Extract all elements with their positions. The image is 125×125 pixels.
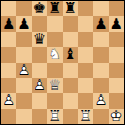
square-e3[interactable] [63,78,78,93]
square-b8[interactable] [16,1,31,16]
square-c6[interactable]: ♛ [32,32,47,47]
square-f8[interactable] [78,1,93,16]
black-queen: ♛ [32,32,47,47]
black-pawn: ♟ [1,16,16,31]
square-b1[interactable] [16,109,31,124]
black-rook: ♜ [47,1,62,16]
square-a6[interactable] [1,32,16,47]
piece-glyph: ♟ [1,16,16,31]
square-e2[interactable] [63,93,78,108]
square-b3[interactable] [16,78,31,93]
square-d6[interactable] [47,32,62,47]
square-c2[interactable] [32,93,47,108]
white-queen: ♛♕ [47,78,62,93]
piece-glyph: ♚ [32,1,47,16]
black-king: ♚ [32,1,47,16]
square-c4[interactable] [32,63,47,78]
square-c5[interactable] [32,47,47,62]
square-h8[interactable] [109,1,124,16]
square-g8[interactable] [93,1,108,16]
black-pawn: ♟ [93,16,108,31]
square-b5[interactable] [16,47,31,62]
square-f7[interactable] [78,16,93,31]
piece-outline: ♙ [16,63,31,78]
white-pawn: ♟♙ [16,63,31,78]
square-h3[interactable] [109,78,124,93]
square-g3[interactable] [93,78,108,93]
square-d3[interactable]: ♛♕ [47,78,62,93]
piece-outline: ♔ [109,109,124,124]
chess-board: ♚♜♜♟♟♟♟♛♞♘♝♟♙♟♙♛♕♟♙♟♙♜♖♜♖♚♔ [0,0,125,125]
square-d7[interactable] [47,16,62,31]
black-bishop: ♝ [63,47,78,62]
square-d5[interactable]: ♞♘ [47,47,62,62]
square-c1[interactable] [32,109,47,124]
piece-glyph: ♟ [109,16,124,31]
square-h1[interactable]: ♚♔ [109,109,124,124]
square-a8[interactable] [1,1,16,16]
piece-outline: ♙ [1,93,16,108]
square-e4[interactable] [63,63,78,78]
square-f1[interactable]: ♜♖ [78,109,93,124]
square-b4[interactable]: ♟♙ [16,63,31,78]
white-pawn: ♟♙ [1,93,16,108]
black-pawn: ♟ [109,16,124,31]
square-g1[interactable] [93,109,108,124]
square-a5[interactable] [1,47,16,62]
square-e7[interactable] [63,16,78,31]
black-pawn: ♟ [16,16,31,31]
white-rook: ♜♖ [47,109,62,124]
piece-glyph: ♝ [63,47,78,62]
square-f6[interactable] [78,32,93,47]
square-d2[interactable] [47,93,62,108]
piece-glyph: ♜ [63,1,78,16]
square-e5[interactable]: ♝ [63,47,78,62]
square-h4[interactable] [109,63,124,78]
piece-outline: ♘ [47,47,62,62]
square-f2[interactable] [78,93,93,108]
square-d1[interactable]: ♜♖ [47,109,62,124]
square-b6[interactable] [16,32,31,47]
square-b7[interactable]: ♟ [16,16,31,31]
square-e1[interactable] [63,109,78,124]
piece-glyph: ♟ [16,16,31,31]
black-rook: ♜ [63,1,78,16]
square-f5[interactable] [78,47,93,62]
white-king: ♚♔ [109,109,124,124]
piece-outline: ♕ [47,78,62,93]
square-g5[interactable] [93,47,108,62]
piece-outline: ♖ [78,109,93,124]
square-h7[interactable]: ♟ [109,16,124,31]
square-g6[interactable] [93,32,108,47]
piece-glyph: ♛ [32,32,47,47]
white-knight: ♞♘ [47,47,62,62]
square-a1[interactable] [1,109,16,124]
square-e6[interactable] [63,32,78,47]
board-area: ♚♜♜♟♟♟♟♛♞♘♝♟♙♟♙♛♕♟♙♟♙♜♖♜♖♚♔ [0,0,125,125]
white-pawn: ♟♙ [32,78,47,93]
square-b2[interactable] [16,93,31,108]
square-h2[interactable] [109,93,124,108]
square-e8[interactable]: ♜ [63,1,78,16]
piece-outline: ♙ [93,93,108,108]
square-g7[interactable]: ♟ [93,16,108,31]
square-d8[interactable]: ♜ [47,1,62,16]
piece-outline: ♙ [32,78,47,93]
square-a4[interactable] [1,63,16,78]
square-a7[interactable]: ♟ [1,16,16,31]
square-c8[interactable]: ♚ [32,1,47,16]
square-a3[interactable] [1,78,16,93]
square-h6[interactable] [109,32,124,47]
piece-outline: ♖ [47,109,62,124]
square-g4[interactable] [93,63,108,78]
square-c3[interactable]: ♟♙ [32,78,47,93]
white-rook: ♜♖ [78,109,93,124]
square-g2[interactable]: ♟♙ [93,93,108,108]
white-pawn: ♟♙ [93,93,108,108]
piece-glyph: ♜ [47,1,62,16]
square-a2[interactable]: ♟♙ [1,93,16,108]
square-d4[interactable] [47,63,62,78]
square-f4[interactable] [78,63,93,78]
square-c7[interactable] [32,16,47,31]
square-f3[interactable] [78,78,93,93]
piece-glyph: ♟ [93,16,108,31]
square-h5[interactable] [109,47,124,62]
